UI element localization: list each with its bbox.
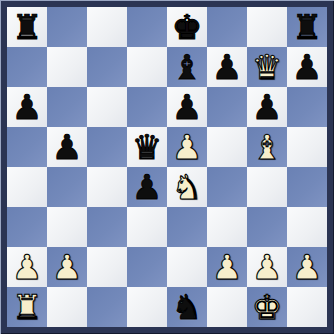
square-a4[interactable]	[7, 167, 47, 207]
piece-white-pawn[interactable]: ♟	[247, 247, 287, 287]
square-d3[interactable]	[127, 207, 167, 247]
square-f4[interactable]	[207, 167, 247, 207]
piece-black-queen[interactable]: ♛	[127, 127, 167, 167]
piece-black-pawn[interactable]: ♟	[287, 47, 327, 87]
piece-black-pawn[interactable]: ♟	[247, 87, 287, 127]
piece-black-rook[interactable]: ♜	[7, 7, 47, 47]
chess-board-frame: ♜♚♜♝♟♛♟♟♟♟♟♛♟♝♟♞♟♟♟♟♟♜♞♚	[0, 0, 334, 334]
square-c8[interactable]	[87, 7, 127, 47]
piece-black-king[interactable]: ♚	[167, 7, 207, 47]
square-e7[interactable]: ♝	[167, 47, 207, 87]
piece-white-pawn[interactable]: ♟	[207, 247, 247, 287]
square-b7[interactable]	[47, 47, 87, 87]
square-h5[interactable]	[287, 127, 327, 167]
square-c1[interactable]	[87, 287, 127, 327]
square-f5[interactable]	[207, 127, 247, 167]
square-e4[interactable]: ♞	[167, 167, 207, 207]
square-c7[interactable]	[87, 47, 127, 87]
piece-white-pawn[interactable]: ♟	[167, 127, 207, 167]
square-d6[interactable]	[127, 87, 167, 127]
square-a2[interactable]: ♟	[7, 247, 47, 287]
square-d5[interactable]: ♛	[127, 127, 167, 167]
square-a3[interactable]	[7, 207, 47, 247]
piece-black-pawn[interactable]: ♟	[47, 127, 87, 167]
piece-white-pawn[interactable]: ♟	[47, 247, 87, 287]
square-d1[interactable]	[127, 287, 167, 327]
square-e5[interactable]: ♟	[167, 127, 207, 167]
square-h1[interactable]	[287, 287, 327, 327]
square-a8[interactable]: ♜	[7, 7, 47, 47]
square-e1[interactable]: ♞	[167, 287, 207, 327]
square-a7[interactable]	[7, 47, 47, 87]
piece-white-pawn[interactable]: ♟	[287, 247, 327, 287]
square-c3[interactable]	[87, 207, 127, 247]
square-b1[interactable]	[47, 287, 87, 327]
square-b5[interactable]: ♟	[47, 127, 87, 167]
square-c6[interactable]	[87, 87, 127, 127]
square-e8[interactable]: ♚	[167, 7, 207, 47]
square-a6[interactable]: ♟	[7, 87, 47, 127]
piece-white-pawn[interactable]: ♟	[7, 247, 47, 287]
square-h2[interactable]: ♟	[287, 247, 327, 287]
piece-black-pawn[interactable]: ♟	[7, 87, 47, 127]
square-h3[interactable]	[287, 207, 327, 247]
piece-black-bishop[interactable]: ♝	[167, 47, 207, 87]
square-e6[interactable]: ♟	[167, 87, 207, 127]
square-b2[interactable]: ♟	[47, 247, 87, 287]
square-a1[interactable]: ♜	[7, 287, 47, 327]
square-f2[interactable]: ♟	[207, 247, 247, 287]
square-d8[interactable]	[127, 7, 167, 47]
square-g7[interactable]: ♛	[247, 47, 287, 87]
square-h4[interactable]	[287, 167, 327, 207]
square-g2[interactable]: ♟	[247, 247, 287, 287]
square-b6[interactable]	[47, 87, 87, 127]
piece-black-pawn[interactable]: ♟	[127, 167, 167, 207]
square-e3[interactable]	[167, 207, 207, 247]
square-h6[interactable]	[287, 87, 327, 127]
chess-board: ♜♚♜♝♟♛♟♟♟♟♟♛♟♝♟♞♟♟♟♟♟♜♞♚	[7, 7, 327, 327]
square-c5[interactable]	[87, 127, 127, 167]
square-d7[interactable]	[127, 47, 167, 87]
square-g5[interactable]: ♝	[247, 127, 287, 167]
piece-white-queen[interactable]: ♛	[247, 47, 287, 87]
square-f3[interactable]	[207, 207, 247, 247]
piece-black-rook[interactable]: ♜	[287, 7, 327, 47]
square-g8[interactable]	[247, 7, 287, 47]
piece-white-king[interactable]: ♚	[247, 287, 287, 327]
piece-black-pawn[interactable]: ♟	[167, 87, 207, 127]
square-b3[interactable]	[47, 207, 87, 247]
piece-white-knight[interactable]: ♞	[167, 167, 207, 207]
piece-black-knight[interactable]: ♞	[167, 287, 207, 327]
square-f6[interactable]	[207, 87, 247, 127]
square-f8[interactable]	[207, 7, 247, 47]
square-g6[interactable]: ♟	[247, 87, 287, 127]
square-g1[interactable]: ♚	[247, 287, 287, 327]
square-c2[interactable]	[87, 247, 127, 287]
square-a5[interactable]	[7, 127, 47, 167]
square-f1[interactable]	[207, 287, 247, 327]
square-d4[interactable]: ♟	[127, 167, 167, 207]
square-h8[interactable]: ♜	[287, 7, 327, 47]
square-b8[interactable]	[47, 7, 87, 47]
square-e2[interactable]	[167, 247, 207, 287]
square-b4[interactable]	[47, 167, 87, 207]
square-f7[interactable]: ♟	[207, 47, 247, 87]
square-c4[interactable]	[87, 167, 127, 207]
square-d2[interactable]	[127, 247, 167, 287]
square-h7[interactable]: ♟	[287, 47, 327, 87]
piece-white-bishop[interactable]: ♝	[247, 127, 287, 167]
piece-white-rook[interactable]: ♜	[7, 287, 47, 327]
square-g3[interactable]	[247, 207, 287, 247]
piece-black-pawn[interactable]: ♟	[207, 47, 247, 87]
square-g4[interactable]	[247, 167, 287, 207]
